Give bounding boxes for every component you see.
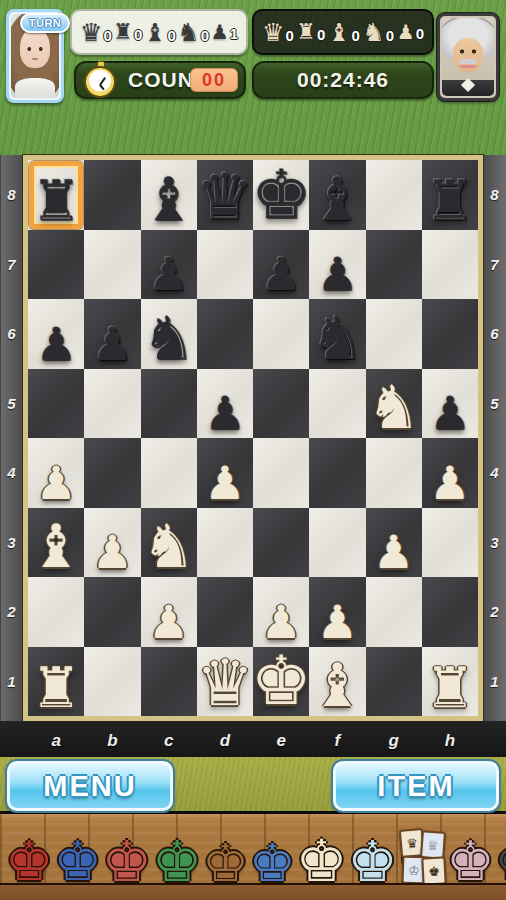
square-d5[interactable]: ♟ (197, 369, 253, 439)
rank-labels-right: 87654321 (483, 155, 506, 721)
black-king-e8[interactable]: ♚ (251, 163, 312, 228)
captured-left-pawn: ♟1 (211, 22, 238, 42)
rank-label-4: 4 (483, 438, 506, 508)
square-e4[interactable] (253, 438, 309, 508)
square-b4[interactable] (84, 438, 140, 508)
square-a3[interactable]: ♝ (28, 508, 84, 578)
square-e2[interactable]: ♟ (253, 577, 309, 647)
figurine-black-king[interactable]: ♚ (495, 838, 506, 887)
file-label-f: f (309, 721, 365, 761)
square-b3[interactable]: ♟ (84, 508, 140, 578)
square-g2[interactable] (366, 577, 422, 647)
white-bishop-f1[interactable]: ♝ (310, 657, 364, 714)
black-pawn-b6[interactable]: ♟ (92, 323, 133, 367)
file-label-b: b (84, 721, 140, 761)
black-queen-d8[interactable]: ♛ (196, 167, 253, 228)
square-d1[interactable]: ♛ (197, 647, 253, 717)
figurine-glass-king[interactable]: ♚ (348, 837, 398, 887)
square-f1[interactable]: ♝ (309, 647, 365, 717)
white-rook-a1[interactable]: ♜ (31, 661, 81, 714)
card-piece-icon: ♚ (421, 856, 446, 885)
rank-label-2: 2 (483, 577, 506, 647)
captured-right-rook: ♜0 (296, 21, 325, 43)
player-right-portrait (442, 18, 494, 96)
piece-skin-shelf: ♚♚♚♚♚♚♚♚♛♕♔♚♚♚♚♚ (0, 814, 506, 900)
captured-queen-count: 0 (103, 28, 111, 45)
black-bishop-f8[interactable]: ♝ (310, 171, 364, 228)
chess-board: ♜♝♛♚♝♜♟♟♟♟♟♞♞♟♞♟♟♟♟♝♟♞♟♟♟♟♜♛♚♝♜ (23, 155, 483, 721)
white-pawn-e2[interactable]: ♟ (261, 601, 302, 645)
captured-pieces-tray-left: ♛0♜0♝0♞0♟1 (70, 9, 248, 55)
black-rook-a8[interactable]: ♜ (31, 174, 81, 227)
square-g4[interactable] (366, 438, 422, 508)
black-pawn-d5[interactable]: ♟ (204, 392, 245, 436)
rank-label-8: 8 (0, 160, 23, 230)
square-d6[interactable] (197, 299, 253, 369)
square-f3[interactable] (309, 508, 365, 578)
rank-label-8: 8 (483, 160, 506, 230)
black-pawn-h5[interactable]: ♟ (429, 392, 470, 436)
captured-bishop-count: 0 (351, 28, 359, 45)
avatar-suit (442, 80, 494, 96)
white-pawn-a4[interactable]: ♟ (36, 462, 77, 506)
square-d4[interactable]: ♟ (197, 438, 253, 508)
square-g8[interactable] (366, 160, 422, 230)
square-a8[interactable]: ♜ (28, 160, 84, 230)
figurine-crusader-king-red[interactable]: ♚ (5, 838, 53, 887)
captured-knight-count: 0 (201, 28, 209, 45)
knight-icon: ♞ (177, 20, 199, 45)
chess-game-screen: TURN ♛0♜0♝0♞0♟1 ♛0♜0♝0♞0♟0 COUNT 00 (0, 0, 506, 900)
square-e5[interactable] (253, 369, 309, 439)
white-pawn-c2[interactable]: ♟ (148, 601, 189, 645)
square-b6[interactable]: ♟ (84, 299, 140, 369)
square-h8[interactable]: ♜ (422, 160, 478, 230)
figurine-matryoshka-king-brown[interactable]: ♚ (202, 840, 249, 887)
avatar-collar (15, 78, 55, 98)
file-label-a: a (28, 721, 84, 761)
captured-pawn-count: 1 (230, 26, 238, 43)
square-f6[interactable]: ♞ (309, 299, 365, 369)
white-pawn-b3[interactable]: ♟ (92, 531, 133, 575)
square-g1[interactable] (366, 647, 422, 717)
square-d8[interactable]: ♛ (197, 160, 253, 230)
square-f8[interactable]: ♝ (309, 160, 365, 230)
rank-labels-left: 87654321 (0, 155, 23, 721)
game-timer: 00:24:46 (297, 68, 389, 92)
captured-right-queen: ♛0 (262, 20, 294, 45)
square-b8[interactable] (84, 160, 140, 230)
knight-icon: ♞ (362, 20, 384, 45)
rank-label-3: 3 (483, 508, 506, 578)
board-squares: ♜♝♛♚♝♜♟♟♟♟♟♞♞♟♞♟♟♟♟♝♟♞♟♟♟♟♜♛♚♝♜ (28, 160, 478, 716)
square-a7[interactable] (28, 230, 84, 300)
rank-label-7: 7 (483, 230, 506, 300)
player-left-avatar-card[interactable]: TURN (6, 9, 64, 103)
captured-left-queen: ♛0 (80, 20, 112, 45)
count-value: 00 (190, 68, 238, 92)
square-f7[interactable]: ♟ (309, 230, 365, 300)
avatar-face (453, 38, 483, 72)
square-c5[interactable] (141, 369, 197, 439)
menu-button[interactable]: MENU (7, 761, 173, 811)
white-pawn-f2[interactable]: ♟ (317, 601, 358, 645)
turn-badge-label: TURN (29, 17, 62, 29)
pawn-icon: ♟ (397, 22, 415, 42)
square-h6[interactable] (422, 299, 478, 369)
square-f2[interactable]: ♟ (309, 577, 365, 647)
square-b5[interactable] (84, 369, 140, 439)
square-b2[interactable] (84, 577, 140, 647)
turn-badge: TURN (20, 13, 70, 33)
rook-icon: ♜ (296, 21, 316, 43)
square-a2[interactable] (28, 577, 84, 647)
square-c1[interactable] (141, 647, 197, 717)
captured-pieces-tray-right: ♛0♜0♝0♞0♟0 (252, 9, 434, 55)
figurine-classic-white-king[interactable]: ♚ (296, 835, 348, 887)
square-g6[interactable] (366, 299, 422, 369)
captured-right-knight: ♞0 (362, 20, 394, 45)
square-c8[interactable]: ♝ (141, 160, 197, 230)
black-pawn-a6[interactable]: ♟ (36, 323, 77, 367)
rank-label-6: 6 (0, 299, 23, 369)
square-a1[interactable]: ♜ (28, 647, 84, 717)
black-pawn-e7[interactable]: ♟ (261, 253, 302, 297)
captured-left-bishop: ♝0 (144, 20, 176, 45)
white-bishop-a3[interactable]: ♝ (29, 518, 83, 575)
file-label-g: g (366, 721, 422, 761)
avatar-face (20, 28, 50, 68)
black-pawn-f7[interactable]: ♟ (317, 253, 358, 297)
square-h3[interactable] (422, 508, 478, 578)
square-a5[interactable] (28, 369, 84, 439)
square-d7[interactable] (197, 230, 253, 300)
captured-right-bishop: ♝0 (328, 20, 360, 45)
square-g5[interactable]: ♞ (366, 369, 422, 439)
square-c4[interactable] (141, 438, 197, 508)
square-h1[interactable]: ♜ (422, 647, 478, 717)
pawn-icon: ♟ (211, 22, 229, 42)
board-zone: 87654321 ♜♝♛♚♝♜♟♟♟♟♟♞♞♟♞♟♟♟♟♝♟♞♟♟♟♟♜♛♚♝♜… (0, 155, 506, 721)
figurine-cat-king-green[interactable]: ♚ (152, 837, 202, 887)
square-f4[interactable] (309, 438, 365, 508)
bishop-icon: ♝ (328, 20, 350, 45)
square-b1[interactable] (84, 647, 140, 717)
black-rook-h8[interactable]: ♜ (425, 174, 475, 227)
white-rook-h1[interactable]: ♜ (425, 661, 475, 714)
square-f5[interactable] (309, 369, 365, 439)
rank-label-7: 7 (0, 230, 23, 300)
file-label-h: h (422, 721, 478, 761)
rank-label-1: 1 (0, 647, 23, 717)
white-knight-g5[interactable]: ♞ (367, 379, 421, 436)
captured-bishop-count: 0 (167, 28, 175, 45)
captured-rook-count: 0 (317, 27, 325, 44)
file-label-d: d (197, 721, 253, 761)
timer-panel: 00:24:46 (252, 61, 434, 99)
captured-knight-count: 0 (386, 28, 394, 45)
rook-icon: ♜ (113, 21, 133, 43)
captured-right-pawn: ♟0 (397, 22, 424, 42)
square-a4[interactable]: ♟ (28, 438, 84, 508)
square-e8[interactable]: ♚ (253, 160, 309, 230)
white-pawn-d4[interactable]: ♟ (204, 462, 245, 506)
square-c6[interactable]: ♞ (141, 299, 197, 369)
rank-label-4: 4 (0, 438, 23, 508)
captured-pawn-count: 0 (416, 26, 424, 43)
rank-label-6: 6 (483, 299, 506, 369)
black-pawn-c7[interactable]: ♟ (148, 253, 189, 297)
rank-label-5: 5 (483, 369, 506, 439)
bishop-icon: ♝ (144, 20, 166, 45)
square-a6[interactable]: ♟ (28, 299, 84, 369)
queen-icon: ♛ (262, 20, 284, 45)
square-h2[interactable] (422, 577, 478, 647)
square-h4[interactable]: ♟ (422, 438, 478, 508)
rank-label-3: 3 (0, 508, 23, 578)
square-e1[interactable]: ♚ (253, 647, 309, 717)
file-label-e: e (253, 721, 309, 761)
item-button[interactable]: ITEM (333, 761, 499, 811)
captured-rook-count: 0 (134, 27, 142, 44)
rank-label-1: 1 (483, 647, 506, 717)
rank-label-2: 2 (0, 577, 23, 647)
white-knight-c3[interactable]: ♞ (142, 518, 196, 575)
square-c7[interactable]: ♟ (141, 230, 197, 300)
count-panel: COUNT 00 (74, 61, 246, 99)
square-d3[interactable] (197, 508, 253, 578)
figurine-matryoshka-king-blue[interactable]: ♚ (249, 840, 296, 887)
queen-icon: ♛ (80, 20, 102, 45)
piece-skin-row: ♚♚♚♚♚♚♚♚♛♕♔♚♚♚♚♚ (0, 829, 506, 887)
square-b7[interactable] (84, 230, 140, 300)
square-h7[interactable] (422, 230, 478, 300)
square-e3[interactable] (253, 508, 309, 578)
black-knight-f6[interactable]: ♞ (310, 310, 364, 367)
top-hud: TURN ♛0♜0♝0♞0♟1 ♛0♜0♝0♞0♟0 COUNT 00 (0, 0, 506, 155)
black-bishop-c8[interactable]: ♝ (142, 171, 196, 228)
white-queen-d1[interactable]: ♛ (196, 653, 253, 714)
square-d2[interactable] (197, 577, 253, 647)
square-h5[interactable]: ♟ (422, 369, 478, 439)
file-label-c: c (141, 721, 197, 761)
captured-left-rook: ♜0 (113, 21, 142, 43)
figurine-crusader-king-blue[interactable]: ♚ (53, 838, 101, 887)
square-c2[interactable]: ♟ (141, 577, 197, 647)
square-g7[interactable] (366, 230, 422, 300)
captured-queen-count: 0 (285, 28, 293, 45)
figurine-cat-king-red[interactable]: ♚ (102, 837, 152, 887)
white-pawn-h4[interactable]: ♟ (429, 462, 470, 506)
player-right-avatar-card[interactable] (437, 13, 499, 101)
square-e7[interactable]: ♟ (253, 230, 309, 300)
black-knight-c6[interactable]: ♞ (142, 310, 196, 367)
white-king-e1[interactable]: ♚ (251, 649, 312, 714)
rank-label-5: 5 (0, 369, 23, 439)
square-e6[interactable] (253, 299, 309, 369)
captured-left-knight: ♞0 (177, 20, 209, 45)
white-pawn-g3[interactable]: ♟ (373, 531, 414, 575)
stopwatch-icon (83, 61, 119, 99)
square-g3[interactable]: ♟ (366, 508, 422, 578)
figurine-rose-king[interactable]: ♚ (446, 838, 494, 887)
file-labels: abcdefgh (0, 721, 506, 761)
square-c3[interactable]: ♞ (141, 508, 197, 578)
